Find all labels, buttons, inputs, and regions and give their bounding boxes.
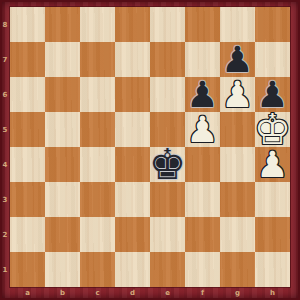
square-c8[interactable] [80,7,115,42]
square-f7[interactable] [185,42,220,77]
square-a1[interactable] [10,252,45,287]
file-label-g: g [220,287,255,300]
piece-white-pawn-f5[interactable]: ♟ [186,112,218,148]
rank-label-7: 7 [0,42,10,77]
square-f8[interactable] [185,7,220,42]
square-e4[interactable]: ♚ [150,147,185,182]
file-label-d: d [115,287,150,300]
square-e8[interactable] [150,7,185,42]
square-g2[interactable] [220,217,255,252]
square-b3[interactable] [45,182,80,217]
square-f6[interactable]: ♟ [185,77,220,112]
piece-white-pawn-h4[interactable]: ♟ [256,147,288,183]
square-g4[interactable] [220,147,255,182]
square-e1[interactable] [150,252,185,287]
piece-black-pawn-f6[interactable]: ♟ [186,77,218,113]
rank-label-4: 4 [0,147,10,182]
square-f4[interactable] [185,147,220,182]
piece-black-pawn-g7[interactable]: ♟ [221,42,253,78]
rank-labels: 87654321 [0,7,10,287]
square-c2[interactable] [80,217,115,252]
square-h8[interactable] [255,7,290,42]
square-b5[interactable] [45,112,80,147]
square-d3[interactable] [115,182,150,217]
square-c4[interactable] [80,147,115,182]
square-d7[interactable] [115,42,150,77]
square-h7[interactable] [255,42,290,77]
rank-label-3: 3 [0,182,10,217]
square-f1[interactable] [185,252,220,287]
square-h2[interactable] [255,217,290,252]
chess-board: ♟♟♟♟♟♚♚♟ [10,7,290,287]
square-h1[interactable] [255,252,290,287]
chess-board-frame: 87654321 abcdefgh ♟♟♟♟♟♚♚♟ [0,0,300,300]
square-g3[interactable] [220,182,255,217]
square-f3[interactable] [185,182,220,217]
square-b8[interactable] [45,7,80,42]
piece-black-king-e4[interactable]: ♚ [149,144,187,186]
square-a3[interactable] [10,182,45,217]
square-d4[interactable] [115,147,150,182]
square-a5[interactable] [10,112,45,147]
file-labels: abcdefgh [10,287,290,300]
square-f5[interactable]: ♟ [185,112,220,147]
square-e7[interactable] [150,42,185,77]
square-h4[interactable]: ♟ [255,147,290,182]
square-a2[interactable] [10,217,45,252]
square-b6[interactable] [45,77,80,112]
square-g8[interactable] [220,7,255,42]
square-c5[interactable] [80,112,115,147]
square-b2[interactable] [45,217,80,252]
square-b1[interactable] [45,252,80,287]
square-a8[interactable] [10,7,45,42]
square-h3[interactable] [255,182,290,217]
square-g5[interactable] [220,112,255,147]
square-g1[interactable] [220,252,255,287]
file-label-f: f [185,287,220,300]
rank-label-1: 1 [0,252,10,287]
square-a4[interactable] [10,147,45,182]
piece-white-pawn-g6[interactable]: ♟ [221,77,253,113]
square-b4[interactable] [45,147,80,182]
square-c3[interactable] [80,182,115,217]
square-c1[interactable] [80,252,115,287]
file-label-a: a [10,287,45,300]
square-e6[interactable] [150,77,185,112]
square-b7[interactable] [45,42,80,77]
rank-label-5: 5 [0,112,10,147]
rank-label-6: 6 [0,77,10,112]
square-d6[interactable] [115,77,150,112]
square-a7[interactable] [10,42,45,77]
rank-label-2: 2 [0,217,10,252]
square-e2[interactable] [150,217,185,252]
square-c7[interactable] [80,42,115,77]
square-d8[interactable] [115,7,150,42]
square-d1[interactable] [115,252,150,287]
file-label-c: c [80,287,115,300]
file-label-e: e [150,287,185,300]
file-label-h: h [255,287,290,300]
square-f2[interactable] [185,217,220,252]
file-label-b: b [45,287,80,300]
square-g7[interactable]: ♟ [220,42,255,77]
square-d2[interactable] [115,217,150,252]
square-a6[interactable] [10,77,45,112]
rank-label-8: 8 [0,7,10,42]
square-c6[interactable] [80,77,115,112]
square-h5[interactable]: ♚ [255,112,290,147]
square-d5[interactable] [115,112,150,147]
square-g6[interactable]: ♟ [220,77,255,112]
